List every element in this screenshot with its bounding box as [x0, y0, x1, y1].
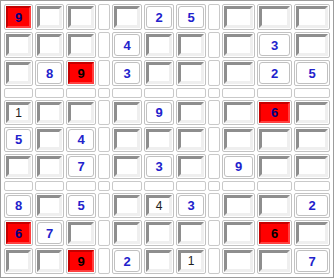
block-separator	[66, 181, 96, 191]
cell-r5c8[interactable]	[257, 127, 292, 152]
cell-digit: 2	[114, 250, 140, 272]
cell-empty-face	[68, 6, 94, 28]
cell-r1c8[interactable]	[257, 4, 292, 30]
cell-r6c8[interactable]	[257, 154, 292, 179]
cell-r9c7[interactable]	[222, 248, 255, 274]
cell-empty-face	[296, 34, 328, 56]
cell-empty-face	[178, 156, 204, 177]
cell-r4c7[interactable]	[222, 100, 255, 125]
cell-empty-face	[114, 129, 140, 150]
cell-r2c8: 3	[257, 32, 292, 58]
cell-digit: 5	[178, 6, 204, 28]
cell-r3c9: 5	[294, 60, 330, 86]
cell-r5c4[interactable]	[112, 127, 142, 152]
cell-r9c6[interactable]: 1	[176, 248, 206, 274]
cell-r2c5[interactable]	[144, 32, 174, 58]
cell-digit: 5	[68, 195, 94, 216]
cell-empty-face	[296, 102, 328, 123]
cell-r3c4: 3	[112, 60, 142, 86]
sudoku-board: 925438932519654739854326769217	[0, 0, 334, 278]
cell-r5c1: 5	[4, 127, 33, 152]
cell-r6c1[interactable]	[4, 154, 33, 179]
cell-empty-face	[178, 34, 204, 56]
cell-r3c5[interactable]	[144, 60, 174, 86]
cell-digit: 4	[146, 195, 172, 216]
cell-digit: 3	[114, 62, 140, 84]
cell-empty-face	[146, 222, 172, 244]
block-separator	[112, 181, 142, 191]
cell-r8c4[interactable]	[112, 220, 142, 246]
cell-digit: 8	[37, 62, 62, 84]
cell-empty-face	[178, 129, 204, 150]
block-separator	[98, 181, 110, 191]
cell-r3c1[interactable]	[4, 60, 33, 86]
cell-r2c1[interactable]	[4, 32, 33, 58]
cell-r1c5: 2	[144, 4, 174, 30]
cell-digit: 9	[68, 250, 94, 272]
cell-empty-face	[68, 102, 94, 123]
cell-empty-face	[37, 129, 62, 150]
cell-digit: 9	[224, 156, 253, 177]
cell-digit: 4	[114, 34, 140, 56]
cell-r3c6[interactable]	[176, 60, 206, 86]
cell-r9c2[interactable]	[35, 248, 64, 274]
cell-r7c5[interactable]: 4	[144, 193, 174, 218]
cell-digit: 2	[259, 62, 290, 84]
cell-r4c1[interactable]: 1	[4, 100, 33, 125]
cell-digit: 2	[146, 6, 172, 28]
cell-r7c3: 5	[66, 193, 96, 218]
cell-r2c2[interactable]	[35, 32, 64, 58]
cell-r6c3: 7	[66, 154, 96, 179]
block-separator	[208, 193, 220, 218]
cell-r7c9: 2	[294, 193, 330, 218]
cell-r1c7[interactable]	[222, 4, 255, 30]
block-separator	[98, 88, 110, 98]
block-separator	[98, 127, 110, 152]
cell-digit: 7	[68, 156, 94, 177]
cell-r8c2: 7	[35, 220, 64, 246]
block-separator	[144, 181, 174, 191]
cell-r9c4: 2	[112, 248, 142, 274]
cell-r8c5[interactable]	[144, 220, 174, 246]
cell-r3c2: 8	[35, 60, 64, 86]
cell-digit: 2	[296, 195, 328, 216]
cell-r4c9[interactable]	[294, 100, 330, 125]
cell-digit: 7	[37, 222, 62, 244]
block-separator	[98, 220, 110, 246]
cell-empty-face	[178, 102, 204, 123]
cell-empty-face	[224, 222, 253, 244]
cell-r4c6[interactable]	[176, 100, 206, 125]
cell-empty-face	[114, 156, 140, 177]
cell-empty-face	[114, 102, 140, 123]
cell-r1c1: 9	[4, 4, 33, 30]
block-separator	[98, 60, 110, 86]
cell-empty-face	[146, 129, 172, 150]
block-separator	[257, 181, 292, 191]
cell-digit: 3	[146, 156, 172, 177]
block-separator	[4, 88, 33, 98]
cell-r7c8[interactable]	[257, 193, 292, 218]
cell-r5c3: 4	[66, 127, 96, 152]
cell-empty-face	[6, 250, 31, 272]
cell-r5c9[interactable]	[294, 127, 330, 152]
block-separator	[208, 32, 220, 58]
cell-empty-face	[224, 34, 253, 56]
cell-r6c5: 3	[144, 154, 174, 179]
block-separator	[208, 248, 220, 274]
cell-empty-face	[224, 129, 253, 150]
cell-r8c3[interactable]	[66, 220, 96, 246]
cell-empty-face	[296, 156, 328, 177]
block-separator	[294, 88, 330, 98]
cell-empty-face	[259, 129, 290, 150]
block-separator	[98, 100, 110, 125]
cell-digit: 5	[296, 62, 328, 84]
block-separator	[112, 88, 142, 98]
block-separator	[176, 88, 206, 98]
cell-r1c6: 5	[176, 4, 206, 30]
cell-digit: 6	[6, 222, 31, 244]
block-separator	[208, 60, 220, 86]
cell-r8c1: 6	[4, 220, 33, 246]
cell-empty-face	[224, 6, 253, 28]
cell-empty-face	[259, 156, 290, 177]
cell-digit: 9	[146, 102, 172, 123]
cell-r2c4: 4	[112, 32, 142, 58]
cell-empty-face	[114, 222, 140, 244]
cell-empty-face	[296, 222, 328, 244]
cell-digit: 4	[68, 129, 94, 150]
cell-digit: 9	[68, 62, 94, 84]
cell-r3c8: 2	[257, 60, 292, 86]
cell-empty-face	[146, 62, 172, 84]
cell-empty-face	[37, 6, 62, 28]
cell-r4c8: 6	[257, 100, 292, 125]
block-separator	[144, 88, 174, 98]
cell-r7c1: 8	[4, 193, 33, 218]
cell-r1c9[interactable]	[294, 4, 330, 30]
block-separator	[222, 181, 255, 191]
cell-empty-face	[37, 102, 62, 123]
block-separator	[35, 88, 64, 98]
block-separator	[294, 181, 330, 191]
cell-r2c9[interactable]	[294, 32, 330, 58]
cell-r8c6[interactable]	[176, 220, 206, 246]
cell-r2c7[interactable]	[222, 32, 255, 58]
cell-digit: 3	[178, 195, 204, 216]
cell-empty-face	[37, 250, 62, 272]
cell-r5c6[interactable]	[176, 127, 206, 152]
cell-r4c3[interactable]	[66, 100, 96, 125]
cell-r8c7[interactable]	[222, 220, 255, 246]
cell-r9c9: 7	[294, 248, 330, 274]
cell-empty-face	[6, 156, 31, 177]
cell-r6c6[interactable]	[176, 154, 206, 179]
cell-r7c6: 3	[176, 193, 206, 218]
cell-digit: 1	[178, 250, 204, 272]
block-separator	[208, 154, 220, 179]
cell-digit: 8	[6, 195, 31, 216]
cell-r6c7: 9	[222, 154, 255, 179]
cell-r4c2[interactable]	[35, 100, 64, 125]
cell-empty-face	[259, 195, 290, 216]
block-separator	[208, 181, 220, 191]
cell-digit: 6	[259, 102, 290, 123]
cell-empty-face	[259, 250, 290, 272]
cell-r7c7[interactable]	[222, 193, 255, 218]
cell-r9c8[interactable]	[257, 248, 292, 274]
cell-r2c6[interactable]	[176, 32, 206, 58]
cell-r5c7[interactable]	[222, 127, 255, 152]
block-separator	[98, 248, 110, 274]
block-separator	[208, 88, 220, 98]
cell-r6c2[interactable]	[35, 154, 64, 179]
cell-empty-face	[224, 195, 253, 216]
block-separator	[208, 4, 220, 30]
block-separator	[257, 88, 292, 98]
cell-r1c4[interactable]	[112, 4, 142, 30]
cell-empty-face	[114, 195, 140, 216]
block-separator	[176, 181, 206, 191]
cell-empty-face	[146, 34, 172, 56]
cell-r5c5[interactable]	[144, 127, 174, 152]
cell-r9c5[interactable]	[144, 248, 174, 274]
block-separator	[98, 4, 110, 30]
cell-r8c9[interactable]	[294, 220, 330, 246]
cell-empty-face	[224, 102, 253, 123]
cell-empty-face	[296, 129, 328, 150]
cell-r1c2[interactable]	[35, 4, 64, 30]
cell-empty-face	[224, 250, 253, 272]
cell-r9c3[interactable]: 9	[66, 248, 96, 274]
cell-r4c5: 9	[144, 100, 174, 125]
cell-digit: 3	[259, 34, 290, 56]
block-separator	[98, 193, 110, 218]
cell-r2c3[interactable]	[66, 32, 96, 58]
cell-r6c4[interactable]	[112, 154, 142, 179]
cell-empty-face	[114, 6, 140, 28]
block-separator	[208, 127, 220, 152]
cell-digit: 9	[6, 6, 31, 28]
cell-empty-face	[259, 6, 290, 28]
cell-r6c9[interactable]	[294, 154, 330, 179]
cell-empty-face	[37, 156, 62, 177]
block-separator	[4, 181, 33, 191]
cell-digit: 5	[6, 129, 31, 150]
cell-r8c8[interactable]: 6	[257, 220, 292, 246]
cell-r4c4[interactable]	[112, 100, 142, 125]
cell-digit: 6	[259, 222, 290, 244]
cell-empty-face	[178, 222, 204, 244]
block-separator	[66, 88, 96, 98]
cell-r7c2[interactable]	[35, 193, 64, 218]
block-separator	[35, 181, 64, 191]
cell-empty-face	[6, 34, 31, 56]
cell-empty-face	[37, 34, 62, 56]
cell-digit: 7	[296, 250, 328, 272]
cell-r3c3[interactable]: 9	[66, 60, 96, 86]
block-separator	[222, 88, 255, 98]
block-separator	[98, 154, 110, 179]
cell-r7c4[interactable]	[112, 193, 142, 218]
cell-empty-face	[37, 195, 62, 216]
cell-r1c3[interactable]	[66, 4, 96, 30]
cell-r9c1[interactable]	[4, 248, 33, 274]
cell-empty-face	[224, 62, 253, 84]
block-separator	[208, 100, 220, 125]
cell-r5c2[interactable]	[35, 127, 64, 152]
cell-r3c7[interactable]	[222, 60, 255, 86]
block-separator	[98, 32, 110, 58]
cell-empty-face	[68, 34, 94, 56]
cell-digit: 1	[6, 102, 31, 123]
cell-empty-face	[68, 222, 94, 244]
block-separator	[208, 220, 220, 246]
cell-empty-face	[6, 62, 31, 84]
cell-empty-face	[178, 62, 204, 84]
cell-empty-face	[296, 6, 328, 28]
cell-empty-face	[146, 250, 172, 272]
